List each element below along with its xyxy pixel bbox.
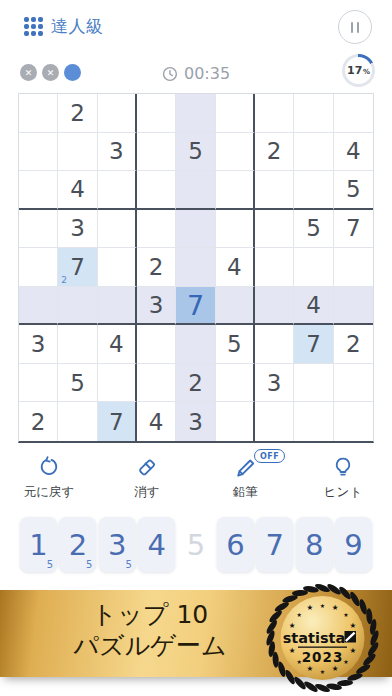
sudoku-cell-r4c4[interactable] xyxy=(137,210,176,249)
sudoku-cell-r8c9[interactable] xyxy=(334,364,373,403)
undo-label: 元に戻す xyxy=(24,484,75,501)
sudoku-cell-r3c1[interactable] xyxy=(19,171,58,210)
erase-label: 消す xyxy=(134,484,159,501)
sudoku-cell-r8c5[interactable]: 2 xyxy=(176,364,215,403)
sudoku-cell-r5c3[interactable] xyxy=(98,248,137,287)
sudoku-cell-r7c1[interactable]: 3 xyxy=(19,325,58,364)
timer: 00:35 xyxy=(162,64,230,83)
mistake-indicators: ✕✕ xyxy=(20,64,81,81)
sudoku-board: 23524453577224374345725232743 xyxy=(18,93,374,443)
sudoku-cell-r8c7[interactable]: 3 xyxy=(255,364,294,403)
pencil-label: 鉛筆 xyxy=(233,484,258,501)
sudoku-cell-r6c2[interactable] xyxy=(58,287,97,326)
sudoku-cell-r1c2[interactable]: 2 xyxy=(58,94,97,133)
badge-year: 2023 xyxy=(302,649,344,665)
svg-text:★: ★ xyxy=(343,658,348,665)
sudoku-cell-r1c4[interactable] xyxy=(137,94,176,133)
pause-icon xyxy=(357,22,359,33)
sudoku-cell-r7c2[interactable] xyxy=(58,325,97,364)
sudoku-cell-r7c3[interactable]: 4 xyxy=(98,325,137,364)
svg-text:★: ★ xyxy=(296,611,301,618)
sudoku-cell-r8c2[interactable]: 5 xyxy=(58,364,97,403)
sudoku-cell-r8c1[interactable] xyxy=(19,364,58,403)
sudoku-cell-r9c4[interactable]: 4 xyxy=(137,402,176,441)
sudoku-cell-r5c5[interactable] xyxy=(176,248,215,287)
sudoku-cell-r1c5[interactable] xyxy=(176,94,215,133)
numpad-key-1[interactable]: 15 xyxy=(20,517,57,572)
sudoku-cell-r4c9[interactable]: 7 xyxy=(334,210,373,249)
remaining-count: 5 xyxy=(125,559,131,570)
statista-brand: statista xyxy=(283,630,346,646)
sudoku-cell-r6c9[interactable] xyxy=(334,287,373,326)
numpad-key-3[interactable]: 35 xyxy=(99,517,136,572)
numpad-key-2[interactable]: 25 xyxy=(59,517,96,572)
svg-text:★: ★ xyxy=(307,603,314,612)
sudoku-cell-r3c8[interactable] xyxy=(294,171,333,210)
grid-icon xyxy=(24,17,43,36)
sudoku-cell-r9c5[interactable]: 3 xyxy=(176,402,215,441)
sudoku-cell-r5c6[interactable]: 4 xyxy=(216,248,255,287)
number-pad: 152535456789 xyxy=(20,517,372,572)
sudoku-cell-r3c3[interactable] xyxy=(98,171,137,210)
numpad-key-6[interactable]: 6 xyxy=(217,517,254,572)
numpad-key-9[interactable]: 9 xyxy=(335,517,372,572)
pencil-icon xyxy=(234,455,256,479)
pencil-off-badge: OFF xyxy=(254,449,285,463)
sudoku-cell-r6c6[interactable] xyxy=(216,287,255,326)
sudoku-cell-r1c3[interactable] xyxy=(98,94,137,133)
svg-text:★: ★ xyxy=(350,621,357,630)
pause-button[interactable] xyxy=(338,10,372,44)
hint-button[interactable]: ヒント xyxy=(294,455,392,501)
sudoku-cell-r9c2[interactable] xyxy=(58,402,97,441)
progress-ring: 17% xyxy=(342,54,375,87)
remaining-count: 5 xyxy=(86,559,92,570)
sudoku-cell-r4c3[interactable] xyxy=(98,210,137,249)
sudoku-cell-r2c2[interactable] xyxy=(58,133,97,172)
mistake-x-indicator: ✕ xyxy=(20,64,37,81)
sudoku-cell-r2c8[interactable] xyxy=(294,133,333,172)
pencil-note: 2 xyxy=(61,275,67,285)
difficulty-label: 達人級 xyxy=(51,15,104,38)
award-banner-text: トップ 10 パズルゲーム xyxy=(0,599,300,661)
sudoku-cell-r1c9[interactable] xyxy=(334,94,373,133)
svg-text:★: ★ xyxy=(332,664,339,673)
percent-sign: % xyxy=(363,68,370,76)
status-bar: ✕✕ 00:35 17% xyxy=(0,63,392,97)
sudoku-cell-r6c5[interactable]: 7 xyxy=(176,287,215,326)
sudoku-cell-r5c1[interactable] xyxy=(19,248,58,287)
timer-value: 00:35 xyxy=(184,64,230,83)
clock-icon xyxy=(162,66,178,82)
sudoku-cell-r2c7[interactable]: 2 xyxy=(255,133,294,172)
sudoku-cell-r7c9[interactable]: 2 xyxy=(334,325,373,364)
sudoku-cell-r2c4[interactable] xyxy=(137,133,176,172)
sudoku-cell-r4c2[interactable]: 3 xyxy=(58,210,97,249)
sudoku-cell-r7c7[interactable] xyxy=(255,325,294,364)
sudoku-cell-r1c1[interactable] xyxy=(19,94,58,133)
sudoku-cell-r8c8[interactable] xyxy=(294,364,333,403)
sudoku-cell-r5c9[interactable] xyxy=(334,248,373,287)
statista-medallion: ★★★★★★★★★★★★★★ statista 2023 xyxy=(256,582,389,694)
hint-bulb-icon xyxy=(332,455,354,479)
sudoku-cell-r3c9[interactable]: 5 xyxy=(334,171,373,210)
sudoku-cell-r2c1[interactable] xyxy=(19,133,58,172)
sudoku-cell-r9c9[interactable] xyxy=(334,402,373,441)
difficulty-selector[interactable]: 達人級 xyxy=(24,15,104,38)
sudoku-cell-r5c2[interactable]: 72 xyxy=(58,248,97,287)
sudoku-cell-r7c5[interactable] xyxy=(176,325,215,364)
sudoku-cell-r8c6[interactable] xyxy=(216,364,255,403)
sudoku-cell-r6c1[interactable] xyxy=(19,287,58,326)
sudoku-cell-r3c4[interactable] xyxy=(137,171,176,210)
sudoku-cell-r1c6[interactable] xyxy=(216,94,255,133)
sudoku-cell-r5c8[interactable] xyxy=(294,248,333,287)
sudoku-cell-r9c1[interactable]: 2 xyxy=(19,402,58,441)
sudoku-cell-r2c5[interactable]: 5 xyxy=(176,133,215,172)
svg-text:★: ★ xyxy=(320,602,325,609)
sudoku-cell-r4c7[interactable] xyxy=(255,210,294,249)
svg-text:★: ★ xyxy=(343,611,348,618)
sudoku-cell-r5c4[interactable]: 2 xyxy=(137,248,176,287)
sudoku-cell-r6c3[interactable] xyxy=(98,287,137,326)
svg-text:★: ★ xyxy=(307,664,314,673)
svg-text:★: ★ xyxy=(289,621,296,630)
sudoku-cell-r4c1[interactable] xyxy=(19,210,58,249)
sudoku-cell-r8c4[interactable] xyxy=(137,364,176,403)
sudoku-cell-r7c8[interactable]: 7 xyxy=(294,325,333,364)
numpad-key-4[interactable]: 4 xyxy=(138,517,175,572)
sudoku-cell-r9c7[interactable] xyxy=(255,402,294,441)
sudoku-cell-r6c4[interactable]: 3 xyxy=(137,287,176,326)
sudoku-cell-r6c7[interactable] xyxy=(255,287,294,326)
life-dot-indicator xyxy=(64,64,81,81)
progress-value: 17 xyxy=(347,64,362,77)
sudoku-cell-r1c8[interactable] xyxy=(294,94,333,133)
sudoku-cell-r2c6[interactable] xyxy=(216,133,255,172)
sudoku-cell-r3c5[interactable] xyxy=(176,171,215,210)
sudoku-cell-r2c9[interactable]: 4 xyxy=(334,133,373,172)
undo-icon xyxy=(38,455,60,479)
sudoku-cell-r4c5[interactable] xyxy=(176,210,215,249)
eraser-icon xyxy=(136,455,158,479)
sudoku-cell-r7c4[interactable] xyxy=(137,325,176,364)
sudoku-cell-r7c6[interactable]: 5 xyxy=(216,325,255,364)
top-bar: 達人級 xyxy=(0,12,392,48)
erase-button[interactable]: 消す xyxy=(98,455,196,501)
pencil-button[interactable]: OFF 鉛筆 xyxy=(196,455,294,501)
award-line2: パズルゲーム xyxy=(0,630,300,661)
remaining-count: 5 xyxy=(47,559,53,570)
sudoku-cell-r6c8[interactable]: 4 xyxy=(294,287,333,326)
toolbar: 元に戻す 消す OFF 鉛筆 ヒント xyxy=(0,455,392,501)
sudoku-cell-r3c6[interactable] xyxy=(216,171,255,210)
sudoku-cell-r3c7[interactable] xyxy=(255,171,294,210)
award-line1: トップ 10 xyxy=(0,599,300,630)
sudoku-cell-r9c6[interactable] xyxy=(216,402,255,441)
svg-text:★: ★ xyxy=(332,603,339,612)
svg-text:★: ★ xyxy=(350,646,357,655)
svg-text:★: ★ xyxy=(320,668,325,675)
sudoku-cell-r9c3[interactable]: 7 xyxy=(98,402,137,441)
sudoku-cell-r1c7[interactable] xyxy=(255,94,294,133)
pause-icon xyxy=(351,22,353,33)
numpad-key-5: 5 xyxy=(178,517,215,572)
sudoku-cell-r4c8[interactable]: 5 xyxy=(294,210,333,249)
sudoku-cell-r8c3[interactable] xyxy=(98,364,137,403)
numpad-key-8[interactable]: 8 xyxy=(296,517,333,572)
hint-label: ヒント xyxy=(324,484,362,501)
sudoku-cell-r4c6[interactable] xyxy=(216,210,255,249)
sudoku-cell-r2c3[interactable]: 3 xyxy=(98,133,137,172)
numpad-key-7[interactable]: 7 xyxy=(256,517,293,572)
mistake-x-indicator: ✕ xyxy=(42,64,59,81)
undo-button[interactable]: 元に戻す xyxy=(0,455,98,501)
svg-text:★: ★ xyxy=(289,646,296,655)
sudoku-cell-r5c7[interactable] xyxy=(255,248,294,287)
sudoku-cell-r9c8[interactable] xyxy=(294,402,333,441)
sudoku-cell-r3c2[interactable]: 4 xyxy=(58,171,97,210)
